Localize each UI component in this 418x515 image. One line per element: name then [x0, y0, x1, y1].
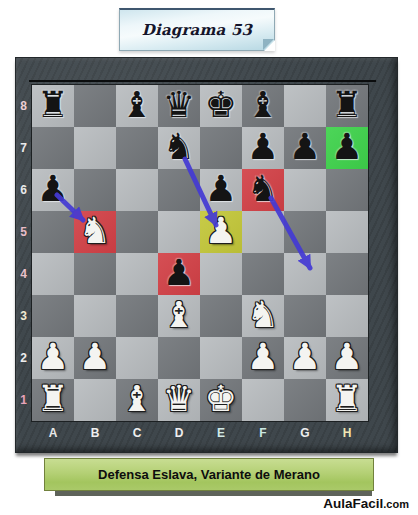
square-h6 [326, 169, 368, 211]
file-label-h: H [326, 421, 368, 453]
square-d8 [158, 85, 200, 127]
square-f4 [242, 253, 284, 295]
opening-name: Defensa Eslava, Variante de Merano [98, 467, 320, 482]
rank-label-6: 6 [15, 169, 32, 211]
caption-banner: Defensa Eslava, Variante de Merano [44, 458, 374, 491]
square-g5 [284, 211, 326, 253]
square-e1 [200, 379, 242, 421]
square-f1 [242, 379, 284, 421]
square-e5 [200, 211, 242, 253]
square-g4 [284, 253, 326, 295]
square-b3 [74, 295, 116, 337]
rank-label-1: 1 [15, 379, 32, 421]
square-b6 [74, 169, 116, 211]
square-a8 [32, 85, 74, 127]
diagram-title: Diagrama 53 [142, 21, 252, 39]
square-a2 [32, 337, 74, 379]
square-h2 [326, 337, 368, 379]
file-label-c: C [116, 421, 158, 453]
rank-label-3: 3 [15, 295, 32, 337]
square-h8 [326, 85, 368, 127]
square-f3 [242, 295, 284, 337]
watermark-tld: .com [383, 498, 409, 510]
square-c4 [116, 253, 158, 295]
square-c2 [116, 337, 158, 379]
frame-groove-line [29, 80, 376, 82]
square-h1 [326, 379, 368, 421]
square-a4 [32, 253, 74, 295]
file-label-a: A [32, 421, 74, 453]
square-f8 [242, 85, 284, 127]
square-e6 [200, 169, 242, 211]
square-a7 [32, 127, 74, 169]
square-h3 [326, 295, 368, 337]
square-b4 [74, 253, 116, 295]
site-watermark: AulaFacil.com [323, 494, 409, 512]
square-b8 [74, 85, 116, 127]
square-f2 [242, 337, 284, 379]
file-label-f: F [242, 421, 284, 453]
square-d6 [158, 169, 200, 211]
square-e8 [200, 85, 242, 127]
square-f6 [242, 169, 284, 211]
square-g3 [284, 295, 326, 337]
square-a3 [32, 295, 74, 337]
chess-board: ♜♝♛♚♝♜♞♟♟♟♟♟♞♞♟♟♝♞♟♟♟♟♟♜♝♛♚♜ [32, 85, 368, 421]
square-f5 [242, 211, 284, 253]
square-c7 [116, 127, 158, 169]
chess-board-frame: 87654321 ♜♝♛♚♝♜♞♟♟♟♟♟♞♞♟♟♝♞♟♟♟♟♟♜♝♛♚♜ AB… [15, 57, 398, 453]
rank-label-7: 7 [15, 127, 32, 169]
square-c5 [116, 211, 158, 253]
square-c3 [116, 295, 158, 337]
rank-label-5: 5 [15, 211, 32, 253]
square-f7 [242, 127, 284, 169]
square-g2 [284, 337, 326, 379]
square-d4 [158, 253, 200, 295]
board-frame-top [15, 57, 398, 85]
rank-labels: 87654321 [15, 85, 32, 421]
square-g8 [284, 85, 326, 127]
square-a1 [32, 379, 74, 421]
square-d2 [158, 337, 200, 379]
file-label-e: E [200, 421, 242, 453]
square-e4 [200, 253, 242, 295]
square-c8 [116, 85, 158, 127]
rank-label-4: 4 [15, 253, 32, 295]
square-d3 [158, 295, 200, 337]
square-b1 [74, 379, 116, 421]
square-h7 [326, 127, 368, 169]
file-label-d: D [158, 421, 200, 453]
square-h5 [326, 211, 368, 253]
square-g1 [284, 379, 326, 421]
square-c6 [116, 169, 158, 211]
square-e7 [200, 127, 242, 169]
square-g6 [284, 169, 326, 211]
square-d1 [158, 379, 200, 421]
square-d7 [158, 127, 200, 169]
square-b2 [74, 337, 116, 379]
square-c1 [116, 379, 158, 421]
rank-label-2: 2 [15, 337, 32, 379]
title-banner: Diagrama 53 [119, 8, 275, 51]
page: Diagrama 53 87654321 ♜♝♛♚♝♜♞♟♟♟♟♟♞♞♟♟♝♞♟… [0, 0, 418, 515]
square-a5 [32, 211, 74, 253]
square-e3 [200, 295, 242, 337]
square-h4 [326, 253, 368, 295]
square-b7 [74, 127, 116, 169]
watermark-brand: AulaFacil [323, 496, 383, 511]
square-e2 [200, 337, 242, 379]
file-label-g: G [284, 421, 326, 453]
square-a6 [32, 169, 74, 211]
square-b5 [74, 211, 116, 253]
square-g7 [284, 127, 326, 169]
rank-label-8: 8 [15, 85, 32, 127]
square-d5 [158, 211, 200, 253]
file-labels: ABCDEFGH [32, 421, 368, 453]
file-label-b: B [74, 421, 116, 453]
